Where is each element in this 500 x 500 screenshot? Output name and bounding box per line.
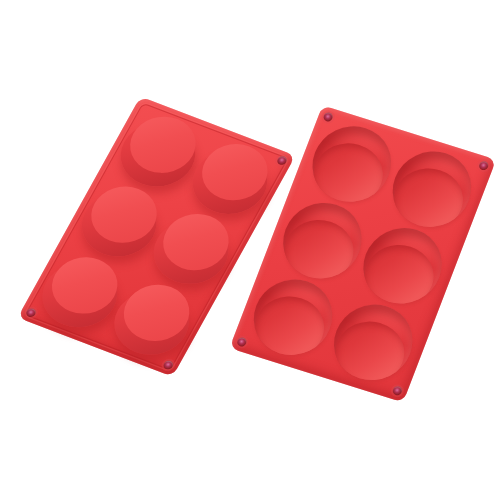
cavity-floor — [247, 289, 334, 365]
cavity-floor — [327, 314, 414, 390]
product-photo — [0, 0, 500, 500]
